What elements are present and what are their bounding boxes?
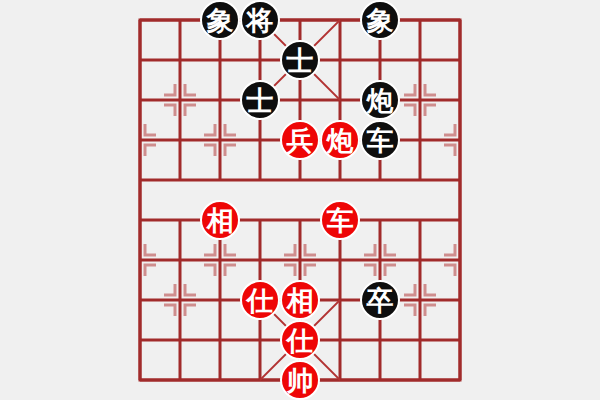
piece-black-cannon[interactable]: 炮 bbox=[360, 80, 400, 120]
piece-red-advisor[interactable]: 仕 bbox=[240, 280, 280, 320]
piece-red-elephant[interactable]: 相 bbox=[280, 280, 320, 320]
piece-red-elephant[interactable]: 相 bbox=[200, 200, 240, 240]
piece-red-general[interactable]: 帅 bbox=[280, 360, 320, 400]
piece-red-advisor[interactable]: 仕 bbox=[280, 320, 320, 360]
piece-red-chariot[interactable]: 车 bbox=[320, 200, 360, 240]
piece-black-general[interactable]: 将 bbox=[240, 0, 280, 40]
pieces-layer: 象将象士士炮兵炮车相车仕相卒仕帅 bbox=[0, 0, 600, 400]
piece-red-soldier[interactable]: 兵 bbox=[280, 120, 320, 160]
piece-red-cannon[interactable]: 炮 bbox=[320, 120, 360, 160]
piece-black-soldier[interactable]: 卒 bbox=[360, 280, 400, 320]
piece-black-advisor[interactable]: 士 bbox=[280, 40, 320, 80]
xiangqi-diagram: 象将象士士炮兵炮车相车仕相卒仕帅 bbox=[0, 0, 600, 400]
piece-black-advisor[interactable]: 士 bbox=[240, 80, 280, 120]
piece-black-elephant[interactable]: 象 bbox=[360, 0, 400, 40]
piece-black-chariot[interactable]: 车 bbox=[360, 120, 400, 160]
piece-black-elephant[interactable]: 象 bbox=[200, 0, 240, 40]
